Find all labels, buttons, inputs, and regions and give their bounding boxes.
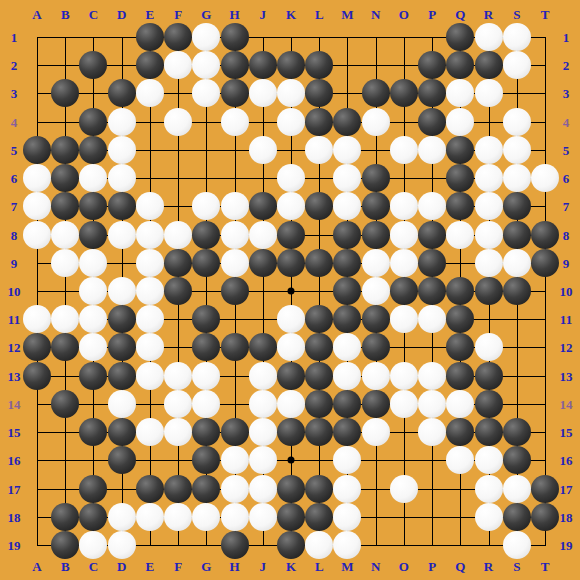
intersection-D10[interactable] <box>108 277 136 305</box>
intersection-Q10[interactable] <box>446 277 474 305</box>
intersection-G15[interactable] <box>192 418 220 446</box>
intersection-M1[interactable] <box>333 23 361 51</box>
intersection-C17[interactable] <box>79 475 107 503</box>
intersection-F19[interactable] <box>164 531 192 559</box>
intersection-N15[interactable] <box>362 418 390 446</box>
intersection-E13[interactable] <box>136 362 164 390</box>
intersection-Q4[interactable] <box>446 108 474 136</box>
intersection-R9[interactable] <box>475 249 503 277</box>
intersection-F14[interactable] <box>164 390 192 418</box>
intersection-E16[interactable] <box>136 446 164 474</box>
intersection-A17[interactable] <box>23 475 51 503</box>
intersection-K3[interactable] <box>277 79 305 107</box>
intersection-H16[interactable] <box>221 446 249 474</box>
intersection-K18[interactable] <box>277 503 305 531</box>
intersection-O3[interactable] <box>390 79 418 107</box>
intersection-Q8[interactable] <box>446 221 474 249</box>
intersection-O19[interactable] <box>390 531 418 559</box>
intersection-A14[interactable] <box>23 390 51 418</box>
intersection-N14[interactable] <box>362 390 390 418</box>
intersection-F11[interactable] <box>164 305 192 333</box>
intersection-F4[interactable] <box>164 108 192 136</box>
intersection-M6[interactable] <box>333 164 361 192</box>
intersection-L13[interactable] <box>305 362 333 390</box>
intersection-J11[interactable] <box>249 305 277 333</box>
intersection-P11[interactable] <box>418 305 446 333</box>
intersection-M5[interactable] <box>333 136 361 164</box>
intersection-P6[interactable] <box>418 164 446 192</box>
intersection-S17[interactable] <box>503 475 531 503</box>
intersection-O9[interactable] <box>390 249 418 277</box>
intersection-Q19[interactable] <box>446 531 474 559</box>
intersection-K4[interactable] <box>277 108 305 136</box>
intersection-B3[interactable] <box>51 79 79 107</box>
intersection-H17[interactable] <box>221 475 249 503</box>
intersection-T8[interactable] <box>531 221 559 249</box>
intersection-A8[interactable] <box>23 221 51 249</box>
intersection-H4[interactable] <box>221 108 249 136</box>
intersection-E6[interactable] <box>136 164 164 192</box>
intersection-J8[interactable] <box>249 221 277 249</box>
intersection-D16[interactable] <box>108 446 136 474</box>
intersection-D17[interactable] <box>108 475 136 503</box>
intersection-A18[interactable] <box>23 503 51 531</box>
intersection-T18[interactable] <box>531 503 559 531</box>
intersection-E5[interactable] <box>136 136 164 164</box>
intersection-J10[interactable] <box>249 277 277 305</box>
intersection-N3[interactable] <box>362 79 390 107</box>
intersection-O15[interactable] <box>390 418 418 446</box>
intersection-C7[interactable] <box>79 192 107 220</box>
intersection-P1[interactable] <box>418 23 446 51</box>
intersection-N12[interactable] <box>362 333 390 361</box>
intersection-C10[interactable] <box>79 277 107 305</box>
intersection-B14[interactable] <box>51 390 79 418</box>
intersection-H5[interactable] <box>221 136 249 164</box>
intersection-F9[interactable] <box>164 249 192 277</box>
intersection-B16[interactable] <box>51 446 79 474</box>
intersection-H15[interactable] <box>221 418 249 446</box>
intersection-F12[interactable] <box>164 333 192 361</box>
intersection-J14[interactable] <box>249 390 277 418</box>
intersection-Q2[interactable] <box>446 51 474 79</box>
intersection-R5[interactable] <box>475 136 503 164</box>
intersection-L18[interactable] <box>305 503 333 531</box>
intersection-A9[interactable] <box>23 249 51 277</box>
intersection-F7[interactable] <box>164 192 192 220</box>
intersection-B4[interactable] <box>51 108 79 136</box>
intersection-Q14[interactable] <box>446 390 474 418</box>
intersection-S13[interactable] <box>503 362 531 390</box>
intersection-O6[interactable] <box>390 164 418 192</box>
intersection-C11[interactable] <box>79 305 107 333</box>
intersection-S6[interactable] <box>503 164 531 192</box>
intersection-F1[interactable] <box>164 23 192 51</box>
intersection-P18[interactable] <box>418 503 446 531</box>
intersection-O5[interactable] <box>390 136 418 164</box>
intersection-P16[interactable] <box>418 446 446 474</box>
intersection-P13[interactable] <box>418 362 446 390</box>
intersection-K17[interactable] <box>277 475 305 503</box>
intersection-O17[interactable] <box>390 475 418 503</box>
intersection-O8[interactable] <box>390 221 418 249</box>
intersection-N17[interactable] <box>362 475 390 503</box>
intersection-B9[interactable] <box>51 249 79 277</box>
intersection-H13[interactable] <box>221 362 249 390</box>
intersection-E14[interactable] <box>136 390 164 418</box>
intersection-R18[interactable] <box>475 503 503 531</box>
intersection-N5[interactable] <box>362 136 390 164</box>
intersection-T11[interactable] <box>531 305 559 333</box>
intersection-F13[interactable] <box>164 362 192 390</box>
intersection-L11[interactable] <box>305 305 333 333</box>
intersection-P19[interactable] <box>418 531 446 559</box>
intersection-P9[interactable] <box>418 249 446 277</box>
intersection-E3[interactable] <box>136 79 164 107</box>
intersection-C16[interactable] <box>79 446 107 474</box>
intersection-M4[interactable] <box>333 108 361 136</box>
intersection-D18[interactable] <box>108 503 136 531</box>
intersection-S4[interactable] <box>503 108 531 136</box>
intersection-K12[interactable] <box>277 333 305 361</box>
intersection-O18[interactable] <box>390 503 418 531</box>
intersection-G3[interactable] <box>192 79 220 107</box>
intersection-D3[interactable] <box>108 79 136 107</box>
intersection-R4[interactable] <box>475 108 503 136</box>
intersection-S10[interactable] <box>503 277 531 305</box>
intersection-M13[interactable] <box>333 362 361 390</box>
intersection-L12[interactable] <box>305 333 333 361</box>
intersection-G11[interactable] <box>192 305 220 333</box>
intersection-Q7[interactable] <box>446 192 474 220</box>
intersection-S8[interactable] <box>503 221 531 249</box>
intersection-C13[interactable] <box>79 362 107 390</box>
intersection-R11[interactable] <box>475 305 503 333</box>
intersection-L5[interactable] <box>305 136 333 164</box>
intersection-C1[interactable] <box>79 23 107 51</box>
intersection-D12[interactable] <box>108 333 136 361</box>
intersection-M11[interactable] <box>333 305 361 333</box>
intersection-O13[interactable] <box>390 362 418 390</box>
intersection-E9[interactable] <box>136 249 164 277</box>
intersection-L2[interactable] <box>305 51 333 79</box>
intersection-O10[interactable] <box>390 277 418 305</box>
intersection-B7[interactable] <box>51 192 79 220</box>
intersection-F15[interactable] <box>164 418 192 446</box>
intersection-A3[interactable] <box>23 79 51 107</box>
intersection-G14[interactable] <box>192 390 220 418</box>
intersection-H6[interactable] <box>221 164 249 192</box>
intersection-T7[interactable] <box>531 192 559 220</box>
intersection-L4[interactable] <box>305 108 333 136</box>
intersection-T17[interactable] <box>531 475 559 503</box>
intersection-H14[interactable] <box>221 390 249 418</box>
intersection-S18[interactable] <box>503 503 531 531</box>
intersection-R10[interactable] <box>475 277 503 305</box>
intersection-E7[interactable] <box>136 192 164 220</box>
intersection-B2[interactable] <box>51 51 79 79</box>
intersection-Q6[interactable] <box>446 164 474 192</box>
intersection-H8[interactable] <box>221 221 249 249</box>
intersection-R13[interactable] <box>475 362 503 390</box>
intersection-T15[interactable] <box>531 418 559 446</box>
intersection-J19[interactable] <box>249 531 277 559</box>
intersection-R1[interactable] <box>475 23 503 51</box>
intersection-G18[interactable] <box>192 503 220 531</box>
intersection-P2[interactable] <box>418 51 446 79</box>
intersection-T1[interactable] <box>531 23 559 51</box>
intersection-T2[interactable] <box>531 51 559 79</box>
intersection-H3[interactable] <box>221 79 249 107</box>
intersection-M18[interactable] <box>333 503 361 531</box>
intersection-S15[interactable] <box>503 418 531 446</box>
intersection-Q1[interactable] <box>446 23 474 51</box>
intersection-T3[interactable] <box>531 79 559 107</box>
intersection-G17[interactable] <box>192 475 220 503</box>
intersection-P7[interactable] <box>418 192 446 220</box>
intersection-S3[interactable] <box>503 79 531 107</box>
intersection-F5[interactable] <box>164 136 192 164</box>
intersection-C3[interactable] <box>79 79 107 107</box>
intersection-C2[interactable] <box>79 51 107 79</box>
intersection-K16[interactable] <box>277 446 305 474</box>
intersection-J9[interactable] <box>249 249 277 277</box>
intersection-G9[interactable] <box>192 249 220 277</box>
intersection-N10[interactable] <box>362 277 390 305</box>
intersection-O12[interactable] <box>390 333 418 361</box>
intersection-M9[interactable] <box>333 249 361 277</box>
intersection-G5[interactable] <box>192 136 220 164</box>
intersection-Q16[interactable] <box>446 446 474 474</box>
intersection-H2[interactable] <box>221 51 249 79</box>
intersection-P10[interactable] <box>418 277 446 305</box>
intersection-M10[interactable] <box>333 277 361 305</box>
intersection-M15[interactable] <box>333 418 361 446</box>
intersection-A12[interactable] <box>23 333 51 361</box>
intersection-R2[interactable] <box>475 51 503 79</box>
intersection-T5[interactable] <box>531 136 559 164</box>
intersection-T14[interactable] <box>531 390 559 418</box>
intersection-A11[interactable] <box>23 305 51 333</box>
intersection-F2[interactable] <box>164 51 192 79</box>
intersection-R19[interactable] <box>475 531 503 559</box>
intersection-H12[interactable] <box>221 333 249 361</box>
intersection-J16[interactable] <box>249 446 277 474</box>
intersection-P14[interactable] <box>418 390 446 418</box>
intersection-M8[interactable] <box>333 221 361 249</box>
intersection-Q9[interactable] <box>446 249 474 277</box>
intersection-S12[interactable] <box>503 333 531 361</box>
intersection-A13[interactable] <box>23 362 51 390</box>
intersection-G2[interactable] <box>192 51 220 79</box>
intersection-A6[interactable] <box>23 164 51 192</box>
intersection-B10[interactable] <box>51 277 79 305</box>
intersection-D11[interactable] <box>108 305 136 333</box>
intersection-T13[interactable] <box>531 362 559 390</box>
intersection-N16[interactable] <box>362 446 390 474</box>
intersection-A1[interactable] <box>23 23 51 51</box>
intersection-H1[interactable] <box>221 23 249 51</box>
intersection-Q12[interactable] <box>446 333 474 361</box>
intersection-M3[interactable] <box>333 79 361 107</box>
intersection-F6[interactable] <box>164 164 192 192</box>
intersection-H7[interactable] <box>221 192 249 220</box>
intersection-N1[interactable] <box>362 23 390 51</box>
intersection-S16[interactable] <box>503 446 531 474</box>
intersection-B19[interactable] <box>51 531 79 559</box>
intersection-M16[interactable] <box>333 446 361 474</box>
intersection-J2[interactable] <box>249 51 277 79</box>
intersection-P3[interactable] <box>418 79 446 107</box>
intersection-G4[interactable] <box>192 108 220 136</box>
intersection-N18[interactable] <box>362 503 390 531</box>
intersection-P17[interactable] <box>418 475 446 503</box>
intersection-B17[interactable] <box>51 475 79 503</box>
intersection-H18[interactable] <box>221 503 249 531</box>
intersection-L3[interactable] <box>305 79 333 107</box>
intersection-B13[interactable] <box>51 362 79 390</box>
intersection-J3[interactable] <box>249 79 277 107</box>
intersection-E10[interactable] <box>136 277 164 305</box>
intersection-K9[interactable] <box>277 249 305 277</box>
intersection-T4[interactable] <box>531 108 559 136</box>
intersection-N7[interactable] <box>362 192 390 220</box>
intersection-D6[interactable] <box>108 164 136 192</box>
intersection-N6[interactable] <box>362 164 390 192</box>
intersection-C5[interactable] <box>79 136 107 164</box>
intersection-S19[interactable] <box>503 531 531 559</box>
intersection-H10[interactable] <box>221 277 249 305</box>
intersection-R15[interactable] <box>475 418 503 446</box>
intersection-J17[interactable] <box>249 475 277 503</box>
intersection-O16[interactable] <box>390 446 418 474</box>
intersection-P4[interactable] <box>418 108 446 136</box>
intersection-A16[interactable] <box>23 446 51 474</box>
intersection-G16[interactable] <box>192 446 220 474</box>
intersection-A15[interactable] <box>23 418 51 446</box>
intersection-K8[interactable] <box>277 221 305 249</box>
intersection-L8[interactable] <box>305 221 333 249</box>
intersection-O1[interactable] <box>390 23 418 51</box>
intersection-M17[interactable] <box>333 475 361 503</box>
intersection-T19[interactable] <box>531 531 559 559</box>
intersection-T12[interactable] <box>531 333 559 361</box>
intersection-B15[interactable] <box>51 418 79 446</box>
intersection-D4[interactable] <box>108 108 136 136</box>
intersection-E17[interactable] <box>136 475 164 503</box>
intersection-D14[interactable] <box>108 390 136 418</box>
intersection-H19[interactable] <box>221 531 249 559</box>
intersection-F10[interactable] <box>164 277 192 305</box>
intersection-E2[interactable] <box>136 51 164 79</box>
intersection-J7[interactable] <box>249 192 277 220</box>
intersection-D15[interactable] <box>108 418 136 446</box>
intersection-R8[interactable] <box>475 221 503 249</box>
intersection-F17[interactable] <box>164 475 192 503</box>
intersection-B1[interactable] <box>51 23 79 51</box>
intersection-K6[interactable] <box>277 164 305 192</box>
intersection-M2[interactable] <box>333 51 361 79</box>
intersection-D19[interactable] <box>108 531 136 559</box>
intersection-Q15[interactable] <box>446 418 474 446</box>
intersection-R17[interactable] <box>475 475 503 503</box>
intersection-S5[interactable] <box>503 136 531 164</box>
intersection-K5[interactable] <box>277 136 305 164</box>
intersection-K11[interactable] <box>277 305 305 333</box>
intersection-F3[interactable] <box>164 79 192 107</box>
intersection-Q18[interactable] <box>446 503 474 531</box>
intersection-C14[interactable] <box>79 390 107 418</box>
intersection-G1[interactable] <box>192 23 220 51</box>
intersection-N8[interactable] <box>362 221 390 249</box>
intersection-A5[interactable] <box>23 136 51 164</box>
intersection-O11[interactable] <box>390 305 418 333</box>
intersection-B11[interactable] <box>51 305 79 333</box>
intersection-Q11[interactable] <box>446 305 474 333</box>
intersection-B12[interactable] <box>51 333 79 361</box>
intersection-L1[interactable] <box>305 23 333 51</box>
intersection-K14[interactable] <box>277 390 305 418</box>
intersection-D9[interactable] <box>108 249 136 277</box>
intersection-F18[interactable] <box>164 503 192 531</box>
intersection-K13[interactable] <box>277 362 305 390</box>
intersection-D1[interactable] <box>108 23 136 51</box>
intersection-L9[interactable] <box>305 249 333 277</box>
intersection-K7[interactable] <box>277 192 305 220</box>
intersection-R16[interactable] <box>475 446 503 474</box>
intersection-E8[interactable] <box>136 221 164 249</box>
intersection-L19[interactable] <box>305 531 333 559</box>
intersection-F8[interactable] <box>164 221 192 249</box>
intersection-E15[interactable] <box>136 418 164 446</box>
intersection-K10[interactable] <box>277 277 305 305</box>
intersection-C19[interactable] <box>79 531 107 559</box>
intersection-L15[interactable] <box>305 418 333 446</box>
intersection-S2[interactable] <box>503 51 531 79</box>
intersection-E12[interactable] <box>136 333 164 361</box>
intersection-J15[interactable] <box>249 418 277 446</box>
intersection-O2[interactable] <box>390 51 418 79</box>
intersection-Q13[interactable] <box>446 362 474 390</box>
intersection-J4[interactable] <box>249 108 277 136</box>
intersection-M12[interactable] <box>333 333 361 361</box>
intersection-M14[interactable] <box>333 390 361 418</box>
intersection-J18[interactable] <box>249 503 277 531</box>
intersection-S1[interactable] <box>503 23 531 51</box>
intersection-Q3[interactable] <box>446 79 474 107</box>
intersection-G8[interactable] <box>192 221 220 249</box>
intersection-C15[interactable] <box>79 418 107 446</box>
intersection-K19[interactable] <box>277 531 305 559</box>
intersection-A4[interactable] <box>23 108 51 136</box>
intersection-T10[interactable] <box>531 277 559 305</box>
intersection-E18[interactable] <box>136 503 164 531</box>
intersection-C18[interactable] <box>79 503 107 531</box>
intersection-C6[interactable] <box>79 164 107 192</box>
intersection-G19[interactable] <box>192 531 220 559</box>
intersection-A19[interactable] <box>23 531 51 559</box>
intersection-J5[interactable] <box>249 136 277 164</box>
intersection-M7[interactable] <box>333 192 361 220</box>
intersection-E19[interactable] <box>136 531 164 559</box>
intersection-J13[interactable] <box>249 362 277 390</box>
intersection-S7[interactable] <box>503 192 531 220</box>
intersection-H11[interactable] <box>221 305 249 333</box>
intersection-L17[interactable] <box>305 475 333 503</box>
intersection-N13[interactable] <box>362 362 390 390</box>
intersection-B8[interactable] <box>51 221 79 249</box>
intersection-Q5[interactable] <box>446 136 474 164</box>
